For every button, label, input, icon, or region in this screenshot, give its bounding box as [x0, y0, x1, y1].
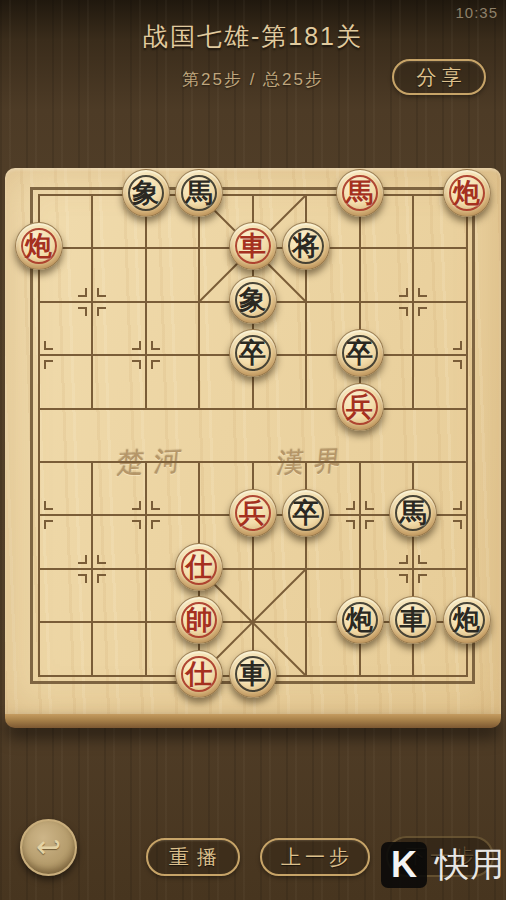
- piece-character: 炮: [16, 223, 62, 269]
- piece-red-general[interactable]: 帥: [175, 596, 223, 644]
- piece-black-general[interactable]: 将: [282, 222, 330, 270]
- piece-character: 帥: [176, 597, 222, 643]
- piece-black-chariot[interactable]: 車: [389, 596, 437, 644]
- point-marker: [151, 520, 160, 529]
- piece-black-cannon[interactable]: 炮: [336, 596, 384, 644]
- share-button[interactable]: 分享: [392, 59, 486, 95]
- board-edge: [5, 714, 501, 728]
- piece-character: 卒: [337, 330, 383, 376]
- status-time: 10:35: [455, 4, 498, 21]
- piece-black-horse[interactable]: 馬: [175, 169, 223, 217]
- piece-red-soldier[interactable]: 兵: [229, 489, 277, 537]
- point-marker: [151, 501, 160, 510]
- piece-character: 兵: [337, 384, 383, 430]
- point-marker: [132, 520, 141, 529]
- piece-black-elephant[interactable]: 象: [122, 169, 170, 217]
- point-marker: [151, 341, 160, 350]
- grid-line: [145, 461, 147, 677]
- piece-red-soldier[interactable]: 兵: [336, 383, 384, 431]
- point-marker: [132, 360, 141, 369]
- next-step-button-disabled[interactable]: 下一步: [386, 836, 494, 877]
- grid-line: [91, 194, 93, 410]
- point-marker: [44, 501, 53, 510]
- piece-black-soldier[interactable]: 卒: [336, 329, 384, 377]
- point-marker: [399, 288, 408, 297]
- grid-line: [359, 194, 361, 410]
- grid-line: [359, 461, 361, 677]
- point-marker: [132, 341, 141, 350]
- piece-black-horse[interactable]: 馬: [389, 489, 437, 537]
- point-marker: [418, 555, 427, 564]
- piece-character: 車: [230, 223, 276, 269]
- piece-red-cannon[interactable]: 炮: [443, 169, 491, 217]
- piece-red-horse[interactable]: 馬: [336, 169, 384, 217]
- point-marker: [44, 341, 53, 350]
- xiangqi-board: 楚河 漢界 象馬馬炮炮車将象卒卒兵兵卒馬仕帥炮車炮仕車: [5, 168, 501, 714]
- piece-red-chariot[interactable]: 車: [229, 222, 277, 270]
- point-marker: [78, 555, 87, 564]
- point-marker: [346, 520, 355, 529]
- piece-black-cannon[interactable]: 炮: [443, 596, 491, 644]
- piece-red-cannon[interactable]: 炮: [15, 222, 63, 270]
- point-marker: [346, 501, 355, 510]
- point-marker: [78, 574, 87, 583]
- piece-character: 車: [230, 651, 276, 697]
- back-arrow-icon: ↩: [36, 830, 61, 863]
- grid-line: [91, 461, 93, 677]
- piece-character: 炮: [444, 597, 490, 643]
- piece-character: 兵: [230, 490, 276, 536]
- piece-black-soldier[interactable]: 卒: [282, 489, 330, 537]
- point-marker: [132, 501, 141, 510]
- piece-black-soldier[interactable]: 卒: [229, 329, 277, 377]
- piece-character: 仕: [176, 651, 222, 697]
- piece-character: 炮: [337, 597, 383, 643]
- point-marker: [365, 501, 374, 510]
- piece-black-elephant[interactable]: 象: [229, 276, 277, 324]
- piece-red-advisor[interactable]: 仕: [175, 650, 223, 698]
- point-marker: [44, 520, 53, 529]
- point-marker: [453, 341, 462, 350]
- grid-line: [412, 194, 414, 410]
- board-grid: 楚河 漢界 象馬馬炮炮車将象卒卒兵兵卒馬仕帥炮車炮仕車: [39, 195, 467, 676]
- piece-character: 仕: [176, 544, 222, 590]
- point-marker: [418, 574, 427, 583]
- piece-character: 卒: [283, 490, 329, 536]
- point-marker: [399, 555, 408, 564]
- piece-character: 馬: [390, 490, 436, 536]
- point-marker: [97, 307, 106, 316]
- point-marker: [453, 520, 462, 529]
- point-marker: [78, 307, 87, 316]
- point-marker: [418, 307, 427, 316]
- app-screen: { "game": "xiangqi", "status_bar": { "ti…: [0, 0, 506, 900]
- controls-bar: ↩ 重播 上一步 下一步 K 快用: [0, 800, 506, 900]
- piece-character: 象: [230, 277, 276, 323]
- replay-button[interactable]: 重播: [146, 838, 240, 876]
- point-marker: [399, 574, 408, 583]
- page-title: 战国七雄-第181关: [0, 20, 506, 53]
- point-marker: [78, 288, 87, 297]
- piece-red-advisor[interactable]: 仕: [175, 543, 223, 591]
- point-marker: [97, 555, 106, 564]
- piece-character: 馬: [337, 170, 383, 216]
- point-marker: [418, 288, 427, 297]
- previous-step-button[interactable]: 上一步: [260, 838, 370, 876]
- piece-character: 車: [390, 597, 436, 643]
- piece-character: 象: [123, 170, 169, 216]
- point-marker: [399, 307, 408, 316]
- point-marker: [453, 360, 462, 369]
- piece-character: 将: [283, 223, 329, 269]
- grid-line: [145, 194, 147, 410]
- point-marker: [365, 520, 374, 529]
- piece-character: 馬: [176, 170, 222, 216]
- piece-black-chariot[interactable]: 車: [229, 650, 277, 698]
- piece-character: 炮: [444, 170, 490, 216]
- point-marker: [97, 288, 106, 297]
- point-marker: [151, 360, 160, 369]
- point-marker: [97, 574, 106, 583]
- piece-character: 卒: [230, 330, 276, 376]
- point-marker: [453, 501, 462, 510]
- point-marker: [44, 360, 53, 369]
- back-button[interactable]: ↩: [20, 819, 77, 876]
